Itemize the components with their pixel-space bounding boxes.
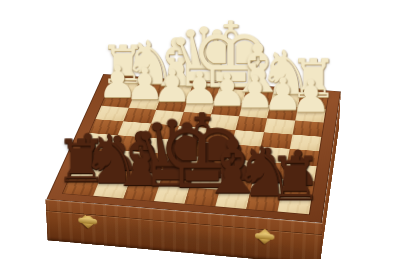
square-c6	[224, 159, 257, 177]
square-e4	[174, 126, 207, 142]
square-e5	[170, 140, 203, 157]
white-knight-piece: ♞	[93, 36, 206, 91]
square-d6	[194, 157, 228, 175]
square-f6	[135, 152, 169, 169]
board-frame: ♜♞♝♛♚♝♞♜♟♟♟♟♟♟♟♟♟♟♟♟♟♟♟♟♜♞♝♛♚♝♞♜	[46, 74, 341, 223]
square-e7: ♟	[159, 169, 194, 187]
square-a8: ♜	[278, 195, 312, 214]
square-b8: ♞	[246, 192, 280, 211]
square-e8: ♛	[154, 185, 189, 204]
square-c8: ♝	[215, 190, 250, 209]
white-rook-piece: ♜	[66, 41, 179, 89]
square-e6	[165, 154, 199, 171]
square-a3	[293, 121, 324, 137]
square-g2: ♟	[129, 95, 161, 110]
white-king-piece: ♚	[174, 13, 288, 97]
square-e1: ♛	[188, 86, 219, 101]
square-d8: ♚	[185, 187, 220, 206]
square-e3	[179, 112, 211, 128]
square-d4	[203, 128, 236, 144]
square-b2: ♟	[267, 105, 298, 121]
square-a5	[287, 149, 319, 166]
board-grid: ♜♞♝♛♚♝♞♜♟♟♟♟♟♟♟♟♟♟♟♟♟♟♟♟♜♞♝♛♚♝♞♜	[63, 80, 328, 214]
square-f7: ♟	[129, 167, 164, 185]
square-d7: ♟	[189, 172, 223, 190]
square-g8: ♞	[93, 180, 129, 199]
square-c5	[228, 144, 261, 161]
chess-set-photo: ♜♞♝♛♚♝♞♜♟♟♟♟♟♟♟♟♟♟♟♟♟♟♟♟♜♞♝♛♚♝♞♜	[0, 0, 420, 259]
chess-board: ♜♞♝♛♚♝♞♜♟♟♟♟♟♟♟♟♟♟♟♟♟♟♟♟♜♞♝♛♚♝♞♜	[46, 74, 341, 223]
